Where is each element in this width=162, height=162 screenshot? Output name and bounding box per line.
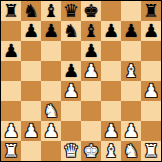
square-a7[interactable] (1, 21, 21, 41)
square-e3[interactable] (81, 101, 101, 121)
square-h7[interactable]: ♟ (141, 21, 161, 41)
piece-white-knight[interactable]: ♞ (123, 141, 139, 161)
square-c8[interactable]: ♝ (41, 1, 61, 21)
square-a4[interactable] (1, 81, 21, 101)
square-a8[interactable]: ♜ (1, 1, 21, 21)
square-c3[interactable]: ♞ (41, 101, 61, 121)
square-b2[interactable]: ♟ (21, 121, 41, 141)
piece-white-queen[interactable]: ♛ (63, 141, 79, 161)
square-c5[interactable] (41, 61, 61, 81)
square-b7[interactable]: ♟ (21, 21, 41, 41)
piece-white-pawn[interactable]: ♟ (43, 121, 59, 141)
piece-black-pawn[interactable]: ♟ (23, 21, 39, 41)
square-f6[interactable] (101, 41, 121, 61)
square-h3[interactable] (141, 101, 161, 121)
square-f8[interactable] (101, 1, 121, 21)
square-a5[interactable] (1, 61, 21, 81)
square-b4[interactable] (21, 81, 41, 101)
piece-black-pawn[interactable]: ♟ (143, 21, 159, 41)
piece-white-bishop[interactable]: ♝ (123, 61, 139, 81)
square-b1[interactable] (21, 141, 41, 161)
piece-black-bishop[interactable]: ♝ (83, 21, 99, 41)
square-g5[interactable]: ♝ (121, 61, 141, 81)
square-g7[interactable]: ♟ (121, 21, 141, 41)
piece-white-pawn[interactable]: ♟ (83, 61, 99, 81)
square-e4[interactable] (81, 81, 101, 101)
square-f2[interactable]: ♟ (101, 121, 121, 141)
piece-white-rook[interactable]: ♜ (143, 141, 159, 161)
square-e7[interactable]: ♝ (81, 21, 101, 41)
square-h8[interactable]: ♜ (141, 1, 161, 21)
square-b6[interactable] (21, 41, 41, 61)
square-d4[interactable]: ♟ (61, 81, 81, 101)
piece-white-pawn[interactable]: ♟ (123, 121, 139, 141)
piece-white-bishop[interactable]: ♝ (103, 141, 119, 161)
piece-black-bishop[interactable]: ♝ (43, 1, 59, 21)
piece-black-king[interactable]: ♚ (83, 1, 99, 21)
square-e8[interactable]: ♚ (81, 1, 101, 21)
piece-white-pawn[interactable]: ♟ (103, 121, 119, 141)
square-h5[interactable] (141, 61, 161, 81)
piece-black-pawn[interactable]: ♟ (123, 21, 139, 41)
piece-white-pawn[interactable]: ♟ (143, 81, 159, 101)
piece-black-rook[interactable]: ♜ (3, 1, 19, 21)
square-d5[interactable]: ♟ (61, 61, 81, 81)
square-d2[interactable] (61, 121, 81, 141)
square-c2[interactable]: ♟ (41, 121, 61, 141)
square-d7[interactable]: ♞ (61, 21, 81, 41)
square-a2[interactable]: ♟ (1, 121, 21, 141)
piece-black-pawn[interactable]: ♟ (43, 21, 59, 41)
square-c4[interactable] (41, 81, 61, 101)
square-d1[interactable]: ♛ (61, 141, 81, 161)
piece-black-queen[interactable]: ♛ (63, 1, 79, 21)
piece-white-pawn[interactable]: ♟ (63, 81, 79, 101)
square-g6[interactable] (121, 41, 141, 61)
square-d8[interactable]: ♛ (61, 1, 81, 21)
piece-white-king[interactable]: ♚ (83, 141, 99, 161)
square-b8[interactable]: ♞ (21, 1, 41, 21)
square-g8[interactable] (121, 1, 141, 21)
square-e6[interactable]: ♟ (81, 41, 101, 61)
square-f1[interactable]: ♝ (101, 141, 121, 161)
square-e1[interactable]: ♚ (81, 141, 101, 161)
piece-black-knight[interactable]: ♞ (63, 21, 79, 41)
chess-board: ♜♞♝♛♚♜♟♟♞♝♟♟♟♟♟♟♟♝♟♟♞♟♟♟♟♟♜♛♚♝♞♜ (0, 0, 162, 162)
piece-white-knight[interactable]: ♞ (43, 101, 59, 121)
piece-black-pawn[interactable]: ♟ (63, 61, 79, 81)
square-f4[interactable] (101, 81, 121, 101)
square-b3[interactable] (21, 101, 41, 121)
square-d3[interactable] (61, 101, 81, 121)
square-f5[interactable] (101, 61, 121, 81)
square-h1[interactable]: ♜ (141, 141, 161, 161)
square-c6[interactable] (41, 41, 61, 61)
square-h4[interactable]: ♟ (141, 81, 161, 101)
square-g3[interactable] (121, 101, 141, 121)
piece-black-knight[interactable]: ♞ (23, 1, 39, 21)
square-e2[interactable] (81, 121, 101, 141)
square-c7[interactable]: ♟ (41, 21, 61, 41)
piece-black-pawn[interactable]: ♟ (83, 41, 99, 61)
square-f3[interactable] (101, 101, 121, 121)
piece-white-pawn[interactable]: ♟ (3, 121, 19, 141)
piece-black-pawn[interactable]: ♟ (3, 41, 19, 61)
square-g4[interactable] (121, 81, 141, 101)
piece-white-pawn[interactable]: ♟ (23, 121, 39, 141)
square-d6[interactable] (61, 41, 81, 61)
piece-black-pawn[interactable]: ♟ (103, 21, 119, 41)
square-b5[interactable] (21, 61, 41, 81)
square-g2[interactable]: ♟ (121, 121, 141, 141)
square-e5[interactable]: ♟ (81, 61, 101, 81)
square-h6[interactable] (141, 41, 161, 61)
piece-white-rook[interactable]: ♜ (3, 141, 19, 161)
square-a1[interactable]: ♜ (1, 141, 21, 161)
square-a6[interactable]: ♟ (1, 41, 21, 61)
square-g1[interactable]: ♞ (121, 141, 141, 161)
square-f7[interactable]: ♟ (101, 21, 121, 41)
piece-black-rook[interactable]: ♜ (143, 1, 159, 21)
square-h2[interactable] (141, 121, 161, 141)
square-c1[interactable] (41, 141, 61, 161)
square-a3[interactable] (1, 101, 21, 121)
